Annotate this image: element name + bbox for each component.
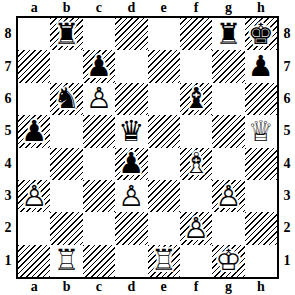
square-d3[interactable]: ♙ — [115, 180, 147, 212]
piece-white-king: ♔ — [212, 245, 244, 277]
rank-label-7: 7 — [0, 50, 16, 82]
square-a3[interactable]: ♟♙ — [18, 180, 50, 212]
ranks-left: 87654321 — [0, 18, 16, 277]
square-c4[interactable] — [83, 148, 115, 180]
piece-white-pawn: ♙ — [83, 83, 115, 115]
square-a2[interactable] — [18, 212, 50, 244]
square-e6[interactable] — [148, 83, 180, 115]
square-e2[interactable] — [148, 212, 180, 244]
square-h5[interactable]: ♕ — [245, 115, 277, 147]
square-a4[interactable] — [18, 148, 50, 180]
rank-label-6: 6 — [0, 83, 16, 115]
square-d1[interactable] — [115, 245, 147, 277]
piece-black-pawn: ♟ — [115, 148, 147, 180]
square-e5[interactable] — [148, 115, 180, 147]
file-label-b: b — [50, 279, 82, 295]
square-h7[interactable]: ♟ — [245, 50, 277, 82]
square-g3[interactable]: ♟♙ — [212, 180, 244, 212]
rank-label-5: 5 — [279, 115, 295, 147]
square-g1[interactable]: ♚♔ — [212, 245, 244, 277]
piece-black-queen: ♛ — [115, 115, 147, 147]
file-label-g: g — [212, 279, 244, 295]
square-e4[interactable] — [148, 148, 180, 180]
square-f1[interactable] — [180, 245, 212, 277]
square-h1[interactable] — [245, 245, 277, 277]
square-h3[interactable] — [245, 180, 277, 212]
piece-white-pawn: ♙ — [115, 180, 147, 212]
board: ♜♜♜♚♚♟♟♟♞♞♙♝♝♟♟♛♕♟♟♝♗♟♙♙♟♙♟♙♖♜♖♚♔ — [16, 16, 279, 279]
rank-label-7: 7 — [279, 50, 295, 82]
rank-label-8: 8 — [279, 18, 295, 50]
square-a7[interactable] — [18, 50, 50, 82]
rank-label-1: 1 — [0, 245, 16, 277]
square-d8[interactable] — [115, 18, 147, 50]
piece-black-pawn: ♟ — [245, 50, 277, 82]
square-e7[interactable] — [148, 50, 180, 82]
square-c8[interactable] — [83, 18, 115, 50]
piece-white-pawn: ♙ — [18, 180, 50, 212]
square-b7[interactable] — [50, 50, 82, 82]
square-b3[interactable] — [50, 180, 82, 212]
square-f5[interactable] — [180, 115, 212, 147]
square-f3[interactable] — [180, 180, 212, 212]
rank-label-4: 4 — [279, 148, 295, 180]
square-h8[interactable]: ♚♚ — [245, 18, 277, 50]
square-c1[interactable] — [83, 245, 115, 277]
square-c7[interactable]: ♟♟ — [83, 50, 115, 82]
file-label-a: a — [18, 0, 50, 16]
square-g6[interactable] — [212, 83, 244, 115]
square-f8[interactable] — [180, 18, 212, 50]
file-label-b: b — [50, 0, 82, 16]
file-label-f: f — [180, 0, 212, 16]
piece-white-rook: ♖ — [148, 245, 180, 277]
square-b8[interactable]: ♜♜ — [50, 18, 82, 50]
chess-diagram: abcdefgh 87654321 87654321 abcdefgh ♜♜♜♚… — [0, 0, 295, 295]
piece-black-knight: ♞ — [50, 83, 82, 115]
file-label-e: e — [148, 279, 180, 295]
file-label-a: a — [18, 279, 50, 295]
square-c3[interactable] — [83, 180, 115, 212]
square-h6[interactable] — [245, 83, 277, 115]
square-d5[interactable]: ♛ — [115, 115, 147, 147]
square-f7[interactable] — [180, 50, 212, 82]
square-g8[interactable]: ♜ — [212, 18, 244, 50]
square-d2[interactable] — [115, 212, 147, 244]
rank-label-2: 2 — [279, 212, 295, 244]
piece-black-rook: ♜ — [50, 18, 82, 50]
rank-label-6: 6 — [279, 83, 295, 115]
rank-label-2: 2 — [0, 212, 16, 244]
square-f4[interactable]: ♝♗ — [180, 148, 212, 180]
files-top: abcdefgh — [18, 0, 277, 16]
piece-white-bishop: ♗ — [180, 148, 212, 180]
square-b4[interactable] — [50, 148, 82, 180]
file-label-e: e — [148, 0, 180, 16]
square-g2[interactable] — [212, 212, 244, 244]
square-e1[interactable]: ♜♖ — [148, 245, 180, 277]
file-label-c: c — [83, 0, 115, 16]
square-c5[interactable] — [83, 115, 115, 147]
square-b1[interactable]: ♖ — [50, 245, 82, 277]
rank-label-5: 5 — [0, 115, 16, 147]
file-label-f: f — [180, 279, 212, 295]
square-b2[interactable] — [50, 212, 82, 244]
piece-black-bishop: ♝ — [180, 83, 212, 115]
piece-black-pawn: ♟ — [83, 50, 115, 82]
square-d7[interactable] — [115, 50, 147, 82]
square-e8[interactable] — [148, 18, 180, 50]
square-a6[interactable] — [18, 83, 50, 115]
square-g7[interactable] — [212, 50, 244, 82]
rank-label-8: 8 — [0, 18, 16, 50]
square-d6[interactable] — [115, 83, 147, 115]
piece-black-king: ♚ — [245, 18, 277, 50]
piece-white-pawn: ♙ — [180, 212, 212, 244]
rank-label-3: 3 — [279, 180, 295, 212]
file-label-h: h — [245, 279, 277, 295]
piece-white-queen: ♕ — [245, 115, 277, 147]
square-a8[interactable] — [18, 18, 50, 50]
piece-white-pawn: ♙ — [212, 180, 244, 212]
files-bottom: abcdefgh — [18, 279, 277, 295]
rank-label-3: 3 — [0, 180, 16, 212]
square-g4[interactable] — [212, 148, 244, 180]
square-h4[interactable] — [245, 148, 277, 180]
square-g5[interactable] — [212, 115, 244, 147]
file-label-c: c — [83, 279, 115, 295]
piece-black-pawn: ♟ — [18, 115, 50, 147]
square-c2[interactable] — [83, 212, 115, 244]
square-f2[interactable]: ♟♙ — [180, 212, 212, 244]
rank-label-4: 4 — [0, 148, 16, 180]
square-h2[interactable] — [245, 212, 277, 244]
square-c6[interactable]: ♙ — [83, 83, 115, 115]
file-label-g: g — [212, 0, 244, 16]
piece-black-rook: ♜ — [212, 18, 244, 50]
ranks-right: 87654321 — [279, 18, 295, 277]
square-b6[interactable]: ♞♞ — [50, 83, 82, 115]
square-e3[interactable] — [148, 180, 180, 212]
file-label-d: d — [115, 279, 147, 295]
piece-white-rook: ♖ — [50, 245, 82, 277]
file-label-h: h — [245, 0, 277, 16]
file-label-d: d — [115, 0, 147, 16]
square-d4[interactable]: ♟♟ — [115, 148, 147, 180]
square-b5[interactable] — [50, 115, 82, 147]
square-a1[interactable] — [18, 245, 50, 277]
rank-label-1: 1 — [279, 245, 295, 277]
square-f6[interactable]: ♝♝ — [180, 83, 212, 115]
square-a5[interactable]: ♟♟ — [18, 115, 50, 147]
